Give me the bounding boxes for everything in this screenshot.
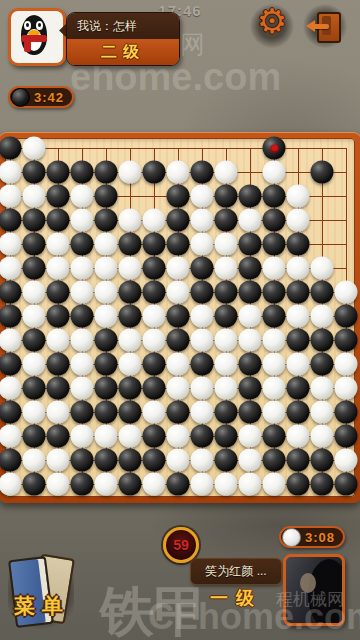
portrait-photo-avatar bbox=[308, 559, 345, 626]
white-stone-icon bbox=[282, 528, 301, 547]
white-stone bbox=[215, 329, 238, 352]
menu-button[interactable]: 菜单 bbox=[4, 548, 80, 638]
white-stone bbox=[47, 401, 70, 424]
black-stone bbox=[239, 281, 262, 304]
black-stone bbox=[119, 449, 142, 472]
white-stone bbox=[95, 281, 118, 304]
white-stone bbox=[311, 377, 334, 400]
white-stone bbox=[167, 161, 190, 184]
black-stone bbox=[239, 353, 262, 376]
white-stone bbox=[215, 353, 238, 376]
white-stone bbox=[311, 401, 334, 424]
menu-label: 菜单 bbox=[6, 592, 78, 620]
white-stone bbox=[191, 305, 214, 328]
black-stone bbox=[167, 209, 190, 232]
black-stone bbox=[143, 257, 166, 280]
white-stone bbox=[47, 233, 70, 256]
black-stone bbox=[143, 233, 166, 256]
black-stone bbox=[143, 377, 166, 400]
white-stone bbox=[191, 233, 214, 256]
black-stone bbox=[143, 449, 166, 472]
watermark-bottom-cn: 铁甲 bbox=[100, 576, 208, 640]
opponent-name: 笑为红颜 ... bbox=[190, 558, 282, 585]
black-stone bbox=[23, 161, 46, 184]
opponent-avatar[interactable] bbox=[283, 554, 345, 626]
white-stone bbox=[167, 353, 190, 376]
white-stone bbox=[191, 449, 214, 472]
black-stone bbox=[0, 353, 22, 376]
black-stone bbox=[335, 305, 358, 328]
black-stone bbox=[47, 353, 70, 376]
white-stone bbox=[143, 473, 166, 496]
white-stone bbox=[263, 401, 286, 424]
black-stone bbox=[95, 449, 118, 472]
player-level-badge: 二级 bbox=[67, 39, 179, 65]
black-stone bbox=[71, 233, 94, 256]
black-stone bbox=[47, 281, 70, 304]
black-stone bbox=[23, 425, 46, 448]
black-stone bbox=[167, 473, 190, 496]
black-stone bbox=[287, 473, 310, 496]
game-board bbox=[0, 132, 360, 503]
white-stone bbox=[215, 233, 238, 256]
white-stone bbox=[335, 449, 358, 472]
black-stone bbox=[47, 161, 70, 184]
black-stone bbox=[119, 281, 142, 304]
black-stone bbox=[263, 185, 286, 208]
white-stone bbox=[215, 257, 238, 280]
black-stone bbox=[167, 233, 190, 256]
black-stone bbox=[287, 233, 310, 256]
black-stone bbox=[71, 473, 94, 496]
black-stone bbox=[47, 425, 70, 448]
white-stone bbox=[191, 209, 214, 232]
black-stone bbox=[95, 401, 118, 424]
white-stone bbox=[239, 449, 262, 472]
black-stone bbox=[95, 353, 118, 376]
black-stone bbox=[239, 257, 262, 280]
white-stone bbox=[335, 281, 358, 304]
black-stone bbox=[143, 161, 166, 184]
black-stone bbox=[167, 185, 190, 208]
black-stone bbox=[47, 185, 70, 208]
white-stone bbox=[0, 329, 22, 352]
black-stone bbox=[215, 305, 238, 328]
white-stone bbox=[119, 329, 142, 352]
black-stone bbox=[23, 473, 46, 496]
white-stone bbox=[143, 401, 166, 424]
black-stone bbox=[263, 233, 286, 256]
opponent-timer: 3:08 bbox=[279, 526, 345, 548]
white-stone bbox=[263, 473, 286, 496]
black-stone bbox=[239, 185, 262, 208]
white-stone bbox=[263, 377, 286, 400]
black-stone bbox=[71, 401, 94, 424]
black-stone bbox=[167, 329, 190, 352]
white-stone bbox=[311, 425, 334, 448]
black-stone bbox=[311, 353, 334, 376]
white-stone bbox=[0, 233, 22, 256]
black-stone-icon bbox=[11, 88, 30, 107]
black-stone bbox=[215, 425, 238, 448]
white-stone bbox=[23, 353, 46, 376]
black-stone bbox=[143, 281, 166, 304]
white-stone bbox=[47, 449, 70, 472]
white-stone bbox=[191, 473, 214, 496]
black-stone bbox=[287, 281, 310, 304]
settings-button[interactable]: ⚙ bbox=[250, 4, 294, 48]
white-stone bbox=[167, 449, 190, 472]
white-stone bbox=[119, 257, 142, 280]
white-stone bbox=[263, 329, 286, 352]
black-stone bbox=[191, 281, 214, 304]
black-stone bbox=[95, 377, 118, 400]
white-stone bbox=[23, 449, 46, 472]
black-stone bbox=[47, 305, 70, 328]
player-timer: 3:42 bbox=[8, 86, 74, 108]
white-stone bbox=[119, 161, 142, 184]
black-stone bbox=[311, 473, 334, 496]
white-stone bbox=[335, 377, 358, 400]
black-stone bbox=[287, 401, 310, 424]
black-stone bbox=[263, 281, 286, 304]
black-stone bbox=[95, 161, 118, 184]
white-stone bbox=[23, 401, 46, 424]
white-stone bbox=[335, 353, 358, 376]
black-stone bbox=[143, 353, 166, 376]
black-stone bbox=[239, 233, 262, 256]
black-stone bbox=[191, 161, 214, 184]
black-stone bbox=[311, 449, 334, 472]
white-stone bbox=[167, 281, 190, 304]
white-stone bbox=[0, 257, 22, 280]
black-stone bbox=[215, 185, 238, 208]
black-stone bbox=[215, 401, 238, 424]
white-stone bbox=[191, 377, 214, 400]
white-stone bbox=[95, 473, 118, 496]
board-grid[interactable] bbox=[10, 148, 347, 485]
black-stone bbox=[335, 401, 358, 424]
white-stone bbox=[287, 425, 310, 448]
black-stone bbox=[191, 257, 214, 280]
white-stone bbox=[287, 353, 310, 376]
black-stone bbox=[0, 305, 22, 328]
black-stone bbox=[143, 425, 166, 448]
white-stone bbox=[23, 281, 46, 304]
black-stone bbox=[215, 449, 238, 472]
game-screen: 工程机械网 ehome.com 17:46 我说：怎样 二级 ⚙ 3:42 bbox=[0, 0, 360, 640]
black-stone bbox=[263, 305, 286, 328]
black-stone bbox=[119, 305, 142, 328]
white-stone bbox=[0, 377, 22, 400]
black-stone bbox=[119, 377, 142, 400]
black-stone bbox=[191, 425, 214, 448]
white-stone bbox=[287, 257, 310, 280]
white-stone bbox=[23, 137, 46, 160]
white-stone bbox=[215, 473, 238, 496]
black-stone bbox=[239, 401, 262, 424]
white-stone bbox=[71, 185, 94, 208]
white-stone bbox=[95, 425, 118, 448]
white-stone bbox=[191, 401, 214, 424]
black-stone bbox=[263, 209, 286, 232]
white-stone bbox=[0, 185, 22, 208]
white-stone bbox=[71, 425, 94, 448]
white-stone bbox=[215, 161, 238, 184]
white-stone bbox=[239, 209, 262, 232]
black-stone bbox=[23, 209, 46, 232]
black-stone bbox=[71, 305, 94, 328]
white-stone bbox=[47, 257, 70, 280]
black-stone bbox=[311, 161, 334, 184]
white-stone bbox=[167, 257, 190, 280]
white-stone bbox=[263, 161, 286, 184]
white-stone bbox=[71, 377, 94, 400]
black-stone bbox=[119, 473, 142, 496]
black-stone bbox=[335, 473, 358, 496]
white-stone bbox=[239, 425, 262, 448]
black-stone bbox=[191, 353, 214, 376]
black-stone bbox=[0, 281, 22, 304]
player-avatar[interactable] bbox=[8, 8, 66, 66]
chat-message: 我说：怎样 bbox=[67, 13, 179, 39]
black-stone bbox=[47, 377, 70, 400]
white-stone bbox=[287, 209, 310, 232]
white-stone bbox=[239, 329, 262, 352]
white-stone bbox=[287, 305, 310, 328]
white-stone bbox=[167, 425, 190, 448]
white-stone bbox=[71, 281, 94, 304]
black-stone bbox=[95, 185, 118, 208]
black-stone bbox=[287, 449, 310, 472]
black-stone bbox=[215, 281, 238, 304]
black-stone bbox=[0, 401, 22, 424]
black-stone bbox=[119, 401, 142, 424]
white-stone bbox=[167, 377, 190, 400]
black-stone bbox=[311, 281, 334, 304]
black-stone bbox=[215, 209, 238, 232]
black-stone bbox=[167, 305, 190, 328]
black-stone bbox=[0, 137, 22, 160]
white-stone bbox=[311, 305, 334, 328]
white-stone bbox=[71, 353, 94, 376]
white-stone bbox=[95, 305, 118, 328]
white-stone bbox=[215, 377, 238, 400]
black-stone bbox=[0, 209, 22, 232]
white-stone bbox=[71, 257, 94, 280]
black-stone bbox=[71, 161, 94, 184]
black-stone bbox=[47, 209, 70, 232]
white-stone bbox=[263, 257, 286, 280]
black-stone bbox=[23, 377, 46, 400]
player-speech-panel: 我说：怎样 二级 bbox=[66, 12, 180, 66]
white-stone bbox=[143, 209, 166, 232]
white-stone bbox=[263, 353, 286, 376]
black-stone bbox=[335, 329, 358, 352]
white-stone bbox=[119, 425, 142, 448]
white-stone bbox=[23, 305, 46, 328]
black-stone bbox=[263, 449, 286, 472]
white-stone bbox=[191, 329, 214, 352]
white-stone bbox=[119, 353, 142, 376]
black-stone bbox=[95, 329, 118, 352]
white-stone bbox=[143, 305, 166, 328]
white-stone bbox=[287, 185, 310, 208]
black-stone bbox=[167, 401, 190, 424]
white-stone bbox=[239, 305, 262, 328]
black-stone bbox=[23, 233, 46, 256]
white-stone bbox=[239, 473, 262, 496]
black-stone bbox=[335, 425, 358, 448]
black-stone bbox=[119, 233, 142, 256]
white-stone bbox=[71, 209, 94, 232]
white-stone bbox=[119, 209, 142, 232]
white-stone bbox=[191, 185, 214, 208]
black-stone bbox=[23, 329, 46, 352]
white-stone bbox=[0, 425, 22, 448]
white-stone bbox=[71, 329, 94, 352]
black-stone bbox=[71, 449, 94, 472]
gear-icon: ⚙ bbox=[250, 1, 294, 41]
white-stone bbox=[95, 233, 118, 256]
black-stone bbox=[287, 329, 310, 352]
white-stone bbox=[311, 257, 334, 280]
opponent-level-badge: 一级 bbox=[196, 586, 276, 610]
black-stone bbox=[287, 377, 310, 400]
white-stone bbox=[23, 185, 46, 208]
white-stone bbox=[143, 329, 166, 352]
black-stone bbox=[23, 257, 46, 280]
black-stone bbox=[311, 329, 334, 352]
black-stone-last-move bbox=[263, 137, 286, 160]
white-stone bbox=[47, 473, 70, 496]
exit-button[interactable] bbox=[303, 4, 347, 48]
white-stone bbox=[47, 329, 70, 352]
black-stone bbox=[0, 449, 22, 472]
black-stone bbox=[239, 377, 262, 400]
black-stone bbox=[95, 209, 118, 232]
white-stone bbox=[95, 257, 118, 280]
white-stone bbox=[0, 161, 22, 184]
black-stone bbox=[263, 425, 286, 448]
